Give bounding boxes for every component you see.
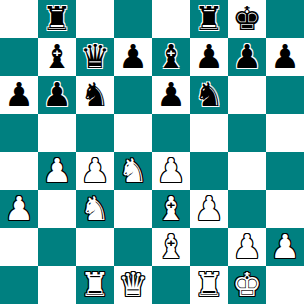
piece-white-pawn: ♟ [4,190,34,228]
square-g7[interactable]: ♟ [228,38,266,76]
piece-black-rook: ♜ [42,0,72,38]
square-e7[interactable]: ♝ [152,38,190,76]
square-d4[interactable]: ♞ [114,152,152,190]
square-h8[interactable] [266,0,304,38]
square-d5[interactable] [114,114,152,152]
piece-white-knight: ♞ [80,190,110,228]
piece-black-pawn: ♟ [194,38,224,76]
square-h5[interactable] [266,114,304,152]
square-h4[interactable] [266,152,304,190]
square-g1[interactable]: ♚ [228,266,266,304]
piece-white-king: ♚ [232,266,262,304]
square-b4[interactable]: ♟ [38,152,76,190]
piece-white-knight: ♞ [118,152,148,190]
square-d3[interactable] [114,190,152,228]
piece-white-pawn: ♟ [80,152,110,190]
piece-white-pawn: ♟ [232,228,262,266]
piece-white-pawn: ♟ [270,228,300,266]
square-e4[interactable]: ♟ [152,152,190,190]
piece-white-pawn: ♟ [194,190,224,228]
piece-black-king: ♚ [232,0,262,38]
piece-black-pawn: ♟ [118,38,148,76]
square-b6[interactable]: ♟ [38,76,76,114]
piece-black-bishop: ♝ [156,38,186,76]
chess-board: ♜♜♚♝♛♟♝♟♟♟♟♟♞♟♞♟♟♞♟♟♞♝♟♝♟♟♜♛♜♚ [0,0,304,304]
square-c4[interactable]: ♟ [76,152,114,190]
piece-white-rook: ♜ [80,266,110,304]
square-a8[interactable] [0,0,38,38]
piece-white-bishop: ♝ [156,228,186,266]
square-f1[interactable]: ♜ [190,266,228,304]
square-c8[interactable] [76,0,114,38]
square-d8[interactable] [114,0,152,38]
piece-black-rook: ♜ [194,0,224,38]
square-c1[interactable]: ♜ [76,266,114,304]
square-b2[interactable] [38,228,76,266]
square-f7[interactable]: ♟ [190,38,228,76]
square-e3[interactable]: ♝ [152,190,190,228]
square-a1[interactable] [0,266,38,304]
square-f5[interactable] [190,114,228,152]
piece-white-rook: ♜ [194,266,224,304]
piece-white-bishop: ♝ [156,190,186,228]
square-a4[interactable] [0,152,38,190]
square-f3[interactable]: ♟ [190,190,228,228]
square-e6[interactable]: ♟ [152,76,190,114]
piece-white-queen: ♛ [118,266,148,304]
square-e8[interactable] [152,0,190,38]
piece-black-pawn: ♟ [232,38,262,76]
square-g6[interactable] [228,76,266,114]
square-g8[interactable]: ♚ [228,0,266,38]
square-e5[interactable] [152,114,190,152]
piece-black-knight: ♞ [80,76,110,114]
piece-black-knight: ♞ [194,76,224,114]
square-g2[interactable]: ♟ [228,228,266,266]
square-h2[interactable]: ♟ [266,228,304,266]
piece-black-bishop: ♝ [42,38,72,76]
square-g5[interactable] [228,114,266,152]
square-d1[interactable]: ♛ [114,266,152,304]
square-a6[interactable]: ♟ [0,76,38,114]
piece-black-pawn: ♟ [4,76,34,114]
square-c6[interactable]: ♞ [76,76,114,114]
square-c2[interactable] [76,228,114,266]
piece-black-pawn: ♟ [156,76,186,114]
piece-black-pawn: ♟ [42,76,72,114]
square-b7[interactable]: ♝ [38,38,76,76]
square-b5[interactable] [38,114,76,152]
square-e1[interactable] [152,266,190,304]
square-f4[interactable] [190,152,228,190]
square-b3[interactable] [38,190,76,228]
square-h1[interactable] [266,266,304,304]
square-c7[interactable]: ♛ [76,38,114,76]
square-h3[interactable] [266,190,304,228]
square-f2[interactable] [190,228,228,266]
square-c5[interactable] [76,114,114,152]
piece-white-pawn: ♟ [42,152,72,190]
square-d2[interactable] [114,228,152,266]
square-d6[interactable] [114,76,152,114]
square-d7[interactable]: ♟ [114,38,152,76]
square-b1[interactable] [38,266,76,304]
square-f6[interactable]: ♞ [190,76,228,114]
square-a5[interactable] [0,114,38,152]
square-g4[interactable] [228,152,266,190]
square-f8[interactable]: ♜ [190,0,228,38]
square-h7[interactable]: ♟ [266,38,304,76]
square-c3[interactable]: ♞ [76,190,114,228]
square-h6[interactable] [266,76,304,114]
square-g3[interactable] [228,190,266,228]
square-b8[interactable]: ♜ [38,0,76,38]
piece-black-pawn: ♟ [270,38,300,76]
square-a7[interactable] [0,38,38,76]
square-a2[interactable] [0,228,38,266]
square-e2[interactable]: ♝ [152,228,190,266]
square-a3[interactable]: ♟ [0,190,38,228]
piece-black-queen: ♛ [80,38,110,76]
piece-white-pawn: ♟ [156,152,186,190]
